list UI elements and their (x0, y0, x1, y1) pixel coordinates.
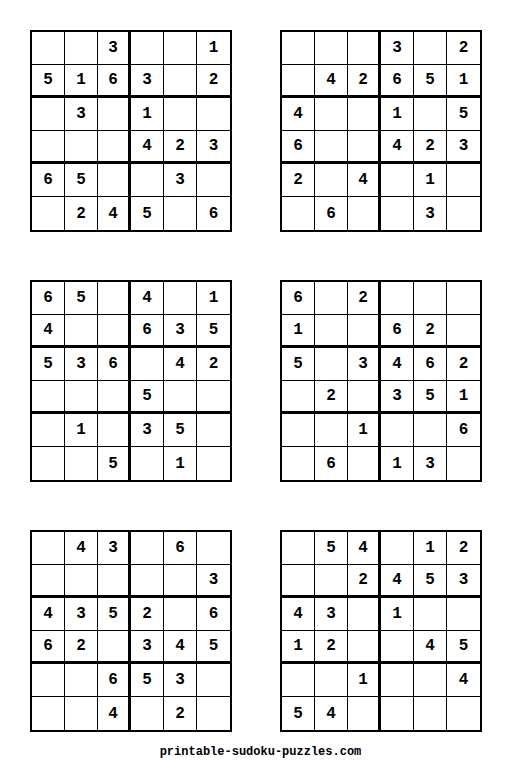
cell-r2c5: 2 (414, 315, 447, 348)
cell-r1c3: 4 (348, 532, 381, 565)
cell-r4c1: 1 (282, 631, 315, 664)
cell-r1c2 (65, 32, 98, 65)
cell-r5c6 (447, 164, 480, 197)
cell-r6c3 (348, 197, 381, 230)
cell-r3c3 (98, 98, 131, 131)
cell-r1c1 (282, 532, 315, 565)
cell-r1c2 (315, 32, 348, 65)
cell-r3c6: 2 (447, 348, 480, 381)
cell-r6c2 (65, 697, 98, 730)
cell-r6c4: 1 (381, 447, 414, 480)
cell-r5c5 (414, 414, 447, 447)
cell-r6c2: 4 (315, 697, 348, 730)
cell-r3c2: 3 (65, 98, 98, 131)
cell-r2c4 (131, 565, 164, 598)
cell-r6c6 (197, 447, 230, 480)
cell-r1c5: 6 (164, 532, 197, 565)
cell-r3c1: 4 (282, 598, 315, 631)
cell-r3c1: 4 (282, 98, 315, 131)
cell-r4c4: 3 (131, 631, 164, 664)
cell-r4c5: 4 (164, 631, 197, 664)
cell-r2c1: 1 (282, 315, 315, 348)
cell-r2c6: 2 (197, 65, 230, 98)
cell-r6c5 (164, 197, 197, 230)
cell-r4c2 (315, 131, 348, 164)
cell-r3c5: 4 (164, 348, 197, 381)
sudoku-board-1: 3151632314236532456 (30, 30, 232, 232)
cell-r6c4 (131, 447, 164, 480)
cell-r6c3: 4 (98, 697, 131, 730)
cell-r5c6 (197, 164, 230, 197)
cell-r5c1: 6 (32, 164, 65, 197)
cell-r4c1: 6 (32, 631, 65, 664)
cell-r2c4: 3 (131, 65, 164, 98)
cell-r4c6 (197, 381, 230, 414)
cell-r2c6: 5 (197, 315, 230, 348)
cell-r4c2: 2 (65, 631, 98, 664)
cell-r6c4: 5 (131, 197, 164, 230)
cell-r4c3 (348, 381, 381, 414)
cell-r6c2: 6 (315, 197, 348, 230)
cell-r6c3: 4 (98, 197, 131, 230)
cell-r4c4 (381, 631, 414, 664)
cell-r3c1: 4 (32, 598, 65, 631)
cell-r1c3: 3 (98, 32, 131, 65)
cell-r2c6: 1 (447, 65, 480, 98)
printable-sudoku-page: 3151632314236532456 3242651415642324163 … (0, 0, 521, 780)
cell-r5c3: 6 (98, 664, 131, 697)
cell-r2c3 (98, 315, 131, 348)
cell-r2c5: 3 (164, 315, 197, 348)
cell-r2c4: 6 (381, 315, 414, 348)
cell-r3c5 (414, 98, 447, 131)
cell-r4c6: 5 (447, 631, 480, 664)
cell-r3c3: 5 (98, 598, 131, 631)
cell-r5c3: 1 (348, 664, 381, 697)
cell-r2c5 (164, 65, 197, 98)
cell-r6c5: 3 (414, 447, 447, 480)
cell-r1c5 (164, 32, 197, 65)
cell-r5c2: 1 (65, 414, 98, 447)
cell-r3c3 (348, 598, 381, 631)
cell-r4c3 (348, 631, 381, 664)
cell-r1c5 (414, 282, 447, 315)
cell-r6c4 (381, 697, 414, 730)
cell-r2c2 (65, 315, 98, 348)
sudoku-board-2: 3242651415642324163 (280, 30, 482, 232)
cell-r3c3: 6 (98, 348, 131, 381)
cell-r3c5 (164, 98, 197, 131)
cell-r1c3 (98, 282, 131, 315)
cell-r1c3: 2 (348, 282, 381, 315)
cell-r3c5: 6 (414, 348, 447, 381)
cell-r2c6: 3 (447, 565, 480, 598)
cell-r3c6 (197, 98, 230, 131)
cell-r6c4 (381, 197, 414, 230)
cell-r5c5: 3 (164, 664, 197, 697)
cell-r5c4 (381, 414, 414, 447)
cell-r4c6: 3 (197, 131, 230, 164)
cell-r3c1: 5 (32, 348, 65, 381)
cell-r2c3 (98, 565, 131, 598)
cell-r5c3 (98, 164, 131, 197)
cell-r4c4: 3 (381, 381, 414, 414)
cell-r2c2 (65, 565, 98, 598)
cell-r1c6: 1 (197, 282, 230, 315)
cell-r6c3 (348, 697, 381, 730)
cell-r6c1 (32, 697, 65, 730)
cell-r1c6 (197, 532, 230, 565)
cell-r6c2 (65, 447, 98, 480)
cell-r2c2: 4 (315, 65, 348, 98)
cell-r1c1 (32, 532, 65, 565)
cell-r5c1 (282, 664, 315, 697)
cell-r4c4: 5 (131, 381, 164, 414)
cell-r4c1 (32, 131, 65, 164)
cell-r3c2: 3 (315, 598, 348, 631)
cell-r3c6: 6 (197, 598, 230, 631)
cell-r6c2: 6 (315, 447, 348, 480)
cell-r5c2 (65, 664, 98, 697)
cell-r3c2 (315, 348, 348, 381)
cell-r4c2: 2 (315, 381, 348, 414)
cell-r5c1: 2 (282, 164, 315, 197)
cell-r3c4: 1 (381, 598, 414, 631)
cell-r5c3: 1 (348, 414, 381, 447)
cell-r6c3: 5 (98, 447, 131, 480)
cell-r4c5: 2 (164, 131, 197, 164)
sudoku-board-3: 6541463553642513551 (30, 280, 232, 482)
cell-r3c3 (348, 98, 381, 131)
cell-r3c3: 3 (348, 348, 381, 381)
cell-r4c5: 2 (414, 131, 447, 164)
cell-r5c4 (381, 164, 414, 197)
cell-r5c6 (197, 414, 230, 447)
cell-r6c6 (197, 697, 230, 730)
cell-r3c6 (447, 598, 480, 631)
cell-r5c4 (381, 664, 414, 697)
cell-r6c5: 1 (164, 447, 197, 480)
cell-r5c5: 1 (414, 164, 447, 197)
cell-r1c3: 3 (98, 532, 131, 565)
cell-r3c2: 3 (65, 598, 98, 631)
cell-r3c4 (131, 348, 164, 381)
cell-r2c1: 5 (32, 65, 65, 98)
sudoku-board-5: 4363435266234565342 (30, 530, 232, 732)
cell-r3c4: 1 (131, 98, 164, 131)
cell-r2c3 (348, 315, 381, 348)
cell-r2c6: 3 (197, 565, 230, 598)
cell-r5c5 (414, 664, 447, 697)
cell-r4c4: 4 (131, 131, 164, 164)
cell-r3c4: 2 (131, 598, 164, 631)
cell-r1c1: 6 (32, 282, 65, 315)
cell-r1c2: 5 (315, 532, 348, 565)
cell-r1c3 (348, 32, 381, 65)
cell-r2c4: 4 (381, 565, 414, 598)
cell-r6c5 (414, 697, 447, 730)
cell-r6c1: 5 (282, 697, 315, 730)
cell-r6c6 (447, 197, 480, 230)
cell-r6c6 (447, 447, 480, 480)
cell-r5c3: 4 (348, 164, 381, 197)
cell-r2c5: 5 (414, 565, 447, 598)
cell-r6c5: 3 (414, 197, 447, 230)
cell-r6c1 (32, 197, 65, 230)
cell-r5c4: 3 (131, 414, 164, 447)
cell-r3c4: 4 (381, 348, 414, 381)
cell-r3c6: 2 (197, 348, 230, 381)
cell-r2c1 (282, 65, 315, 98)
cell-r3c2: 3 (65, 348, 98, 381)
cell-r5c6: 6 (447, 414, 480, 447)
cell-r2c1 (282, 565, 315, 598)
cell-r2c3: 6 (98, 65, 131, 98)
cell-r2c5 (164, 565, 197, 598)
cell-r1c4 (381, 282, 414, 315)
cell-r1c5 (164, 282, 197, 315)
cell-r2c2: 1 (65, 65, 98, 98)
cell-r2c1 (32, 565, 65, 598)
cell-r4c1 (32, 381, 65, 414)
cell-r5c5: 5 (164, 414, 197, 447)
cell-r2c2 (315, 315, 348, 348)
cell-r2c4: 6 (131, 315, 164, 348)
cell-r1c1 (282, 32, 315, 65)
site-url-text: printable-sudoku-puzzles.com (0, 745, 521, 759)
cell-r4c2: 2 (315, 631, 348, 664)
cell-r1c5 (414, 32, 447, 65)
cell-r2c6 (447, 315, 480, 348)
cell-r1c4 (131, 32, 164, 65)
cell-r1c4: 4 (131, 282, 164, 315)
cell-r6c3 (348, 447, 381, 480)
cell-r6c5: 2 (164, 697, 197, 730)
cell-r5c6: 4 (447, 664, 480, 697)
cell-r1c4 (381, 532, 414, 565)
cell-r4c3 (98, 381, 131, 414)
sudoku-board-4: 6216253462235116613 (280, 280, 482, 482)
cell-r4c2 (65, 381, 98, 414)
cell-r3c5 (414, 598, 447, 631)
cell-r4c3 (98, 631, 131, 664)
cell-r2c4: 6 (381, 65, 414, 98)
cell-r3c1 (32, 98, 65, 131)
sudoku-board-6: 5412245343112451454 (280, 530, 482, 732)
cell-r1c1 (32, 32, 65, 65)
cell-r4c2 (65, 131, 98, 164)
cell-r5c1 (282, 414, 315, 447)
cell-r6c1 (282, 197, 315, 230)
cell-r1c6 (447, 282, 480, 315)
cell-r5c2 (315, 414, 348, 447)
cell-r1c6: 2 (447, 32, 480, 65)
cell-r2c2 (315, 565, 348, 598)
cell-r1c5: 1 (414, 532, 447, 565)
cell-r2c1: 4 (32, 315, 65, 348)
cell-r6c2: 2 (65, 197, 98, 230)
cell-r5c4: 5 (131, 664, 164, 697)
cell-r1c4: 3 (381, 32, 414, 65)
cell-r6c6 (447, 697, 480, 730)
cell-r3c4: 1 (381, 98, 414, 131)
cell-r3c2 (315, 98, 348, 131)
cell-r1c2: 4 (65, 532, 98, 565)
cell-r5c2 (315, 664, 348, 697)
cell-r2c3: 2 (348, 565, 381, 598)
cell-r6c4 (131, 697, 164, 730)
cell-r6c1 (32, 447, 65, 480)
cell-r4c5: 5 (414, 381, 447, 414)
cell-r3c5 (164, 598, 197, 631)
cell-r1c4 (131, 532, 164, 565)
cell-r5c5: 3 (164, 164, 197, 197)
cell-r4c5 (164, 381, 197, 414)
cell-r4c6: 5 (197, 631, 230, 664)
cell-r1c1: 6 (282, 282, 315, 315)
cell-r5c1 (32, 664, 65, 697)
cell-r4c6: 1 (447, 381, 480, 414)
cell-r1c2: 5 (65, 282, 98, 315)
cell-r4c6: 3 (447, 131, 480, 164)
cell-r1c6: 2 (447, 532, 480, 565)
cell-r1c6: 1 (197, 32, 230, 65)
cell-r3c1: 5 (282, 348, 315, 381)
cell-r4c1: 6 (282, 131, 315, 164)
cell-r4c1 (282, 381, 315, 414)
cell-r3c6: 5 (447, 98, 480, 131)
cell-r5c4 (131, 164, 164, 197)
cell-r6c1 (282, 447, 315, 480)
cell-r5c6 (197, 664, 230, 697)
cell-r2c5: 5 (414, 65, 447, 98)
cell-r4c3 (348, 131, 381, 164)
cell-r4c4: 4 (381, 131, 414, 164)
cell-r6c6: 6 (197, 197, 230, 230)
cell-r2c3: 2 (348, 65, 381, 98)
cell-r5c2 (315, 164, 348, 197)
cell-r1c2 (315, 282, 348, 315)
cell-r5c3 (98, 414, 131, 447)
cell-r5c2: 5 (65, 164, 98, 197)
cell-r4c3 (98, 131, 131, 164)
cell-r5c1 (32, 414, 65, 447)
cell-r4c5: 4 (414, 631, 447, 664)
